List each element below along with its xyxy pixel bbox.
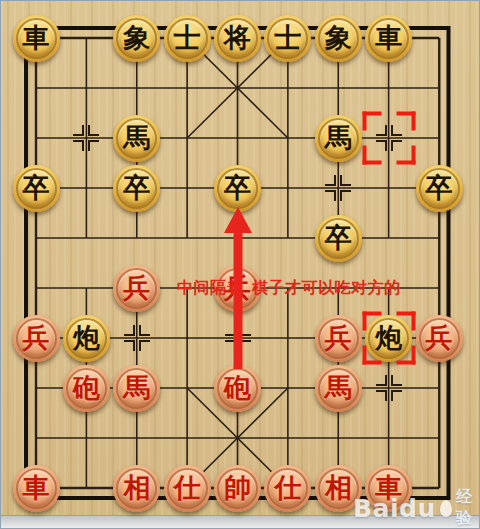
point-marker bbox=[73, 125, 99, 151]
piece-black-象[interactable]: 象 bbox=[113, 15, 160, 62]
piece-red-砲[interactable]: 砲 bbox=[214, 365, 261, 412]
piece-character: 馬 bbox=[123, 124, 150, 151]
piece-black-将[interactable]: 将 bbox=[214, 15, 261, 62]
piece-character: 砲 bbox=[73, 374, 100, 401]
piece-character: 車 bbox=[375, 24, 402, 51]
piece-black-卒[interactable]: 卒 bbox=[416, 165, 463, 212]
piece-black-象[interactable]: 象 bbox=[315, 15, 362, 62]
piece-character: 仕 bbox=[274, 474, 301, 501]
point-marker bbox=[325, 175, 351, 201]
piece-character: 相 bbox=[123, 474, 150, 501]
piece-black-馬[interactable]: 馬 bbox=[113, 115, 160, 162]
piece-red-仕[interactable]: 仕 bbox=[264, 465, 311, 512]
piece-character: 車 bbox=[23, 474, 50, 501]
piece-red-車[interactable]: 車 bbox=[13, 465, 60, 512]
piece-black-車[interactable]: 車 bbox=[365, 15, 412, 62]
piece-red-帥[interactable]: 帥 bbox=[214, 465, 261, 512]
last-move-highlight bbox=[362, 112, 415, 165]
piece-red-砲[interactable]: 砲 bbox=[63, 365, 110, 412]
piece-red-兵[interactable]: 兵 bbox=[13, 315, 60, 362]
piece-character: 馬 bbox=[325, 374, 352, 401]
piece-black-馬[interactable]: 馬 bbox=[315, 115, 362, 162]
piece-character: 士 bbox=[274, 24, 301, 51]
piece-black-士[interactable]: 士 bbox=[164, 15, 211, 62]
watermark-suffix: 经验 bbox=[456, 487, 479, 529]
arrow-head-icon bbox=[224, 207, 252, 233]
piece-red-馬[interactable]: 馬 bbox=[113, 365, 160, 412]
piece-character: 兵 bbox=[23, 324, 50, 351]
piece-red-相[interactable]: 相 bbox=[113, 465, 160, 512]
piece-character: 兵 bbox=[325, 324, 352, 351]
piece-character: 車 bbox=[23, 24, 50, 51]
point-marker bbox=[124, 325, 150, 351]
piece-black-卒[interactable]: 卒 bbox=[214, 165, 261, 212]
piece-red-兵[interactable]: 兵 bbox=[315, 315, 362, 362]
arrow-body bbox=[233, 233, 242, 369]
piece-character: 象 bbox=[325, 24, 352, 51]
piece-character: 砲 bbox=[224, 374, 251, 401]
piece-black-卒[interactable]: 卒 bbox=[13, 165, 60, 212]
point-marker bbox=[376, 375, 402, 401]
watermark-brand: Baidu bbox=[353, 494, 436, 523]
piece-character: 卒 bbox=[123, 174, 150, 201]
piece-black-炮[interactable]: 炮 bbox=[63, 315, 110, 362]
piece-character: 士 bbox=[174, 24, 201, 51]
piece-red-兵[interactable]: 兵 bbox=[416, 315, 463, 362]
piece-red-仕[interactable]: 仕 bbox=[164, 465, 211, 512]
annotation-text-right: 棋子才可以吃对方的 bbox=[252, 278, 401, 299]
piece-black-卒[interactable]: 卒 bbox=[113, 165, 160, 212]
piece-character: 相 bbox=[325, 474, 352, 501]
piece-character: 帥 bbox=[224, 474, 251, 501]
baidu-logo-icon bbox=[440, 500, 452, 517]
piece-character: 将 bbox=[224, 24, 251, 51]
watermark: Baidu 经验 jingyan.baidu.com bbox=[353, 487, 479, 529]
piece-character: 馬 bbox=[123, 374, 150, 401]
piece-character: 卒 bbox=[325, 224, 352, 251]
piece-character: 兵 bbox=[426, 324, 453, 351]
piece-character: 炮 bbox=[73, 324, 100, 351]
piece-character: 卒 bbox=[426, 174, 453, 201]
xiangqi-board: 車象士将士象車馬馬卒卒卒卒卒炮炮兵兵兵兵兵砲馬砲馬車相仕帥仕相車 中间隔着 棋子… bbox=[0, 0, 480, 529]
piece-black-士[interactable]: 士 bbox=[264, 15, 311, 62]
piece-black-卒[interactable]: 卒 bbox=[315, 215, 362, 262]
piece-character: 卒 bbox=[23, 174, 50, 201]
cannon-capture-arrow bbox=[224, 207, 252, 369]
piece-character: 兵 bbox=[123, 274, 150, 301]
last-move-highlight bbox=[362, 312, 415, 365]
piece-character: 馬 bbox=[325, 124, 352, 151]
piece-character: 象 bbox=[123, 24, 150, 51]
piece-character: 仕 bbox=[174, 474, 201, 501]
piece-red-兵[interactable]: 兵 bbox=[113, 265, 160, 312]
piece-red-馬[interactable]: 馬 bbox=[315, 365, 362, 412]
piece-character: 卒 bbox=[224, 174, 251, 201]
piece-black-車[interactable]: 車 bbox=[13, 15, 60, 62]
